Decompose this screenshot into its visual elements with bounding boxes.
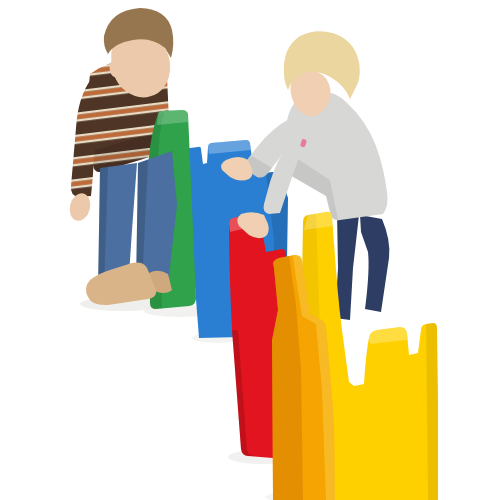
product-photo <box>0 0 500 500</box>
scene <box>0 0 500 500</box>
yellow-block-right-shade <box>426 323 438 500</box>
